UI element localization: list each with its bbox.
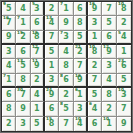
cage-sum-label: 16	[75, 74, 81, 78]
cell-r5c6[interactable]: 7	[74, 59, 88, 73]
cell-digit: 2	[106, 105, 112, 113]
cell-r9c4[interactable]: 158	[45, 117, 59, 131]
cell-digit: 4	[63, 48, 69, 56]
cell-digit: 8	[6, 105, 12, 113]
cell-r7c2[interactable]: 307	[16, 88, 30, 102]
cell-r4c6[interactable]: 212	[74, 45, 88, 59]
cage-sum-label: 5	[32, 2, 35, 6]
cell-r2c1[interactable]: 167	[2, 16, 16, 30]
cell-r1c8[interactable]: 7	[102, 2, 116, 16]
cell-r8c1[interactable]: 8	[2, 102, 16, 116]
cage-sum-label: 23	[118, 59, 124, 63]
cage-sum-label: 24	[46, 88, 52, 92]
cell-digit: 3	[77, 105, 83, 113]
cell-r3c3[interactable]: 158	[31, 31, 45, 45]
cell-r3c5[interactable]: 73	[59, 31, 73, 45]
cell-r7c4[interactable]: 249	[45, 88, 59, 102]
cage-sum-label: 16	[89, 2, 95, 6]
cage-sum-label: 10	[89, 45, 95, 49]
cell-digit: 6	[20, 48, 26, 56]
cell-digit: 3	[34, 5, 40, 13]
cage-sum-label: 15	[17, 31, 23, 35]
cell-digit: 7	[20, 91, 26, 99]
cell-r2c6[interactable]: 8	[74, 16, 88, 30]
cell-r3c7[interactable]: 1	[88, 31, 102, 45]
cell-r2c3[interactable]: 6	[31, 16, 45, 30]
cell-digit: 3	[121, 91, 127, 99]
cell-digit: 1	[63, 5, 69, 13]
cell-r8c2[interactable]: 9	[16, 102, 30, 116]
cell-digit: 2	[63, 91, 69, 99]
cell-r9c9[interactable]: 9	[117, 117, 131, 131]
cell-r7c3[interactable]: 4	[31, 88, 45, 102]
cell-digit: 9	[106, 48, 112, 56]
cell-r1c2[interactable]: 4	[16, 2, 30, 16]
cell-r4c3[interactable]: 127	[31, 45, 45, 59]
cell-r1c4[interactable]: 2	[45, 2, 59, 16]
cell-r2c5[interactable]: 9	[59, 16, 73, 30]
cell-r3c1[interactable]: 9	[2, 31, 16, 45]
cell-digit: 5	[6, 5, 12, 13]
cell-digit: 3	[63, 33, 69, 41]
cell-digit: 7	[121, 105, 127, 113]
cell-r2c8[interactable]: 5	[102, 16, 116, 30]
cell-digit: 4	[49, 19, 55, 27]
cell-r5c3[interactable]: 119	[31, 59, 45, 73]
cell-digit: 8	[121, 5, 127, 13]
cage-sum-label: 21	[75, 45, 81, 49]
cell-digit: 2	[77, 48, 83, 56]
cage-sum-label: 12	[103, 45, 109, 49]
cell-r6c5[interactable]: 86	[59, 74, 73, 88]
cell-digit: 1	[6, 76, 12, 84]
cell-r3c2[interactable]: 152	[16, 31, 30, 45]
cell-digit: 2	[6, 120, 12, 128]
cell-r7c9[interactable]: 103	[117, 88, 131, 102]
cell-digit: 4	[6, 62, 12, 70]
cell-r5c1[interactable]: 4	[2, 59, 16, 73]
cell-r6c2[interactable]: 8	[16, 74, 30, 88]
cell-digit: 8	[49, 120, 55, 128]
cell-r2c4[interactable]: 134	[45, 16, 59, 30]
cell-r5c9[interactable]: 236	[117, 59, 131, 73]
cell-r4c4[interactable]: 5	[45, 45, 59, 59]
cell-r4c9[interactable]: 1	[117, 45, 131, 59]
cell-digit: 3	[6, 48, 12, 56]
cage-sum-label: 11	[32, 59, 38, 63]
cell-digit: 5	[92, 91, 98, 99]
cell-r8c9[interactable]: 7	[117, 102, 131, 116]
cell-digit: 5	[106, 19, 112, 27]
cell-r8c3[interactable]: 1	[31, 102, 45, 116]
cell-r2c2[interactable]: 71	[16, 16, 30, 30]
cage-sum-label: 15	[46, 117, 52, 121]
cage-sum-label: 6	[75, 88, 78, 92]
cell-r5c7[interactable]: 2	[88, 59, 102, 73]
cell-digit: 1	[49, 62, 55, 70]
cage-sum-label: 7	[3, 74, 6, 78]
cell-digit: 5	[121, 76, 127, 84]
cage-sum-label: 8	[60, 74, 63, 78]
cage-sum-label: 15	[32, 31, 38, 35]
cell-r8c5[interactable]: 85	[59, 102, 73, 116]
cell-digit: 6	[106, 33, 112, 41]
cell-digit: 5	[34, 120, 40, 128]
cell-r4c1[interactable]: 3	[2, 45, 16, 59]
cell-digit: 5	[49, 48, 55, 56]
cell-r3c6[interactable]: 5	[74, 31, 88, 45]
cell-digit: 2	[121, 19, 127, 27]
cell-digit: 7	[6, 19, 12, 27]
cell-digit: 4	[92, 105, 98, 113]
cell-digit: 4	[77, 120, 83, 128]
cell-digit: 4	[34, 91, 40, 99]
cell-r9c8[interactable]: 101	[102, 117, 116, 131]
cage-sum-label: 12	[32, 45, 38, 49]
cell-r1c5[interactable]: 71	[59, 2, 73, 16]
cage-sum-label: 13	[46, 16, 52, 20]
cell-digit: 8	[63, 62, 69, 70]
cell-digit: 4	[106, 76, 112, 84]
cage-sum-label: 10	[103, 117, 109, 121]
cell-digit: 9	[6, 33, 12, 41]
cage-sum-label: 30	[17, 88, 23, 92]
cell-r6c4[interactable]: 3	[45, 74, 59, 88]
cell-r9c2[interactable]: 3	[16, 117, 30, 131]
cage-sum-label: 7	[60, 2, 63, 6]
cell-digit: 9	[20, 105, 26, 113]
cell-r9c3[interactable]: 5	[31, 117, 45, 131]
cell-digit: 6	[121, 62, 127, 70]
cell-r4c5[interactable]: 4	[59, 45, 73, 59]
cell-digit: 1	[121, 48, 127, 56]
cage-sum-label: 6	[89, 102, 92, 106]
cage-sum-label: 10	[75, 117, 81, 121]
cell-digit: 3	[92, 19, 98, 27]
cell-r3c8[interactable]: 6	[102, 31, 116, 45]
cell-digit: 4	[20, 5, 26, 13]
cell-r8c6[interactable]: 3	[74, 102, 88, 116]
cell-digit: 7	[63, 120, 69, 128]
cell-digit: 6	[49, 105, 55, 113]
cell-r4c8[interactable]: 129	[102, 45, 116, 59]
cell-digit: 9	[63, 19, 69, 27]
cage-sum-label: 8	[60, 102, 63, 106]
cell-r9c1[interactable]: 2	[2, 117, 16, 131]
cell-r5c8[interactable]: 3	[102, 59, 116, 73]
cell-digit: 8	[92, 48, 98, 56]
cage-sum-label: 7	[17, 16, 20, 20]
cell-r2c7[interactable]: 3	[88, 16, 102, 30]
cell-digit: 1	[92, 33, 98, 41]
cell-digit: 9	[49, 91, 55, 99]
sudoku-board: 9545327161697108167716134983529152158773…	[1, 1, 132, 132]
cell-digit: 9	[34, 62, 40, 70]
cell-digit: 6	[6, 91, 12, 99]
cell-digit: 2	[34, 76, 40, 84]
cell-digit: 2	[92, 62, 98, 70]
cell-digit: 5	[63, 105, 69, 113]
cell-r5c2[interactable]: 135	[16, 59, 30, 73]
cell-r6c9[interactable]: 5	[117, 74, 131, 88]
cell-r6c6[interactable]: 169	[74, 74, 88, 88]
cell-digit: 7	[92, 76, 98, 84]
cell-r8c4[interactable]: 6	[45, 102, 59, 116]
cell-r6c7[interactable]: 7	[88, 74, 102, 88]
cell-digit: 9	[121, 120, 127, 128]
cell-r7c8[interactable]: 8	[102, 88, 116, 102]
cell-digit: 1	[34, 105, 40, 113]
cell-r6c3[interactable]: 2	[31, 74, 45, 88]
cell-digit: 7	[49, 33, 55, 41]
killer-sudoku-board-frame: 9545327161697108167716134983529152158773…	[0, 0, 133, 133]
cage-sum-label: 7	[60, 31, 63, 35]
cell-r6c8[interactable]: 4	[102, 74, 116, 88]
cell-r3c4[interactable]: 7	[45, 31, 59, 45]
cell-r1c3[interactable]: 53	[31, 2, 45, 16]
cell-digit: 1	[77, 91, 83, 99]
cell-r7c7[interactable]: 5	[88, 88, 102, 102]
cell-digit: 9	[92, 5, 98, 13]
cell-r4c2[interactable]: 6	[16, 45, 30, 59]
cell-r5c4[interactable]: 1	[45, 59, 59, 73]
cell-r2c9[interactable]: 2	[117, 16, 131, 30]
cell-r8c7[interactable]: 64	[88, 102, 102, 116]
cell-digit: 1	[20, 19, 26, 27]
cage-sum-label: 10	[118, 88, 124, 92]
cage-sum-label: 16	[3, 16, 9, 20]
cell-r9c6[interactable]: 104	[74, 117, 88, 131]
cell-digit: 5	[77, 33, 83, 41]
cage-sum-label: 10	[118, 2, 124, 6]
cage-sum-label: 5	[118, 31, 121, 35]
cell-digit: 8	[77, 19, 83, 27]
cell-r1c7[interactable]: 169	[88, 2, 102, 16]
cell-digit: 7	[77, 62, 83, 70]
cell-r7c5[interactable]: 2	[59, 88, 73, 102]
cage-sum-label: 9	[3, 2, 6, 6]
cell-r8c8[interactable]: 2	[102, 102, 116, 116]
cell-digit: 6	[63, 76, 69, 84]
cell-r3c9[interactable]: 54	[117, 31, 131, 45]
cell-r9c7[interactable]: 6	[88, 117, 102, 131]
cell-r9c5[interactable]: 7	[59, 117, 73, 131]
cage-sum-label: 13	[17, 59, 23, 63]
cell-r1c1[interactable]: 95	[2, 2, 16, 16]
cell-digit: 8	[20, 76, 26, 84]
cell-digit: 6	[92, 120, 98, 128]
cell-digit: 3	[20, 120, 26, 128]
cell-digit: 5	[20, 62, 26, 70]
cell-r7c6[interactable]: 61	[74, 88, 88, 102]
cell-r1c6[interactable]: 6	[74, 2, 88, 16]
cell-digit: 4	[121, 33, 127, 41]
cell-r4c7[interactable]: 108	[88, 45, 102, 59]
cell-r7c1[interactable]: 6	[2, 88, 16, 102]
cell-r5c5[interactable]: 8	[59, 59, 73, 73]
cell-digit: 3	[106, 62, 112, 70]
cell-digit: 8	[106, 91, 112, 99]
cell-digit: 1	[106, 120, 112, 128]
cell-digit: 6	[77, 5, 83, 13]
cell-digit: 2	[49, 5, 55, 13]
cell-digit: 7	[106, 5, 112, 13]
cell-r1c9[interactable]: 108	[117, 2, 131, 16]
cell-digit: 7	[34, 48, 40, 56]
cell-r6c1[interactable]: 71	[2, 74, 16, 88]
cell-digit: 6	[34, 19, 40, 27]
cell-digit: 3	[49, 76, 55, 84]
